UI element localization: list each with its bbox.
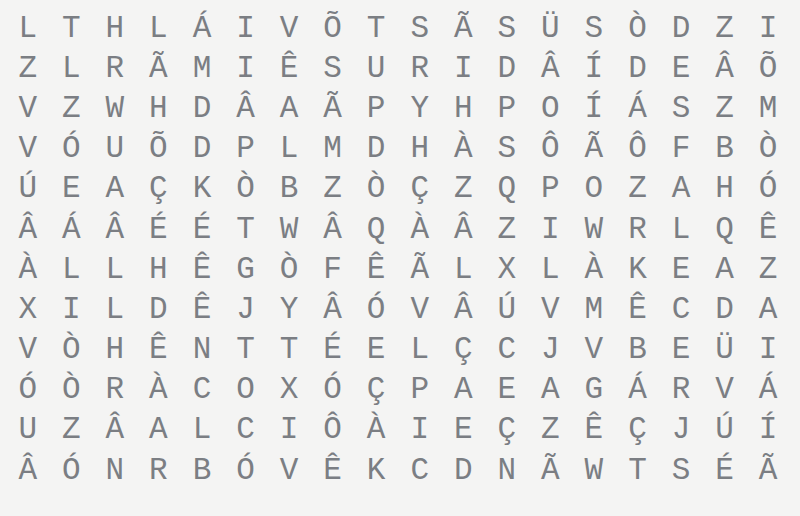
grid-cell[interactable]: Õ xyxy=(137,129,181,169)
grid-cell[interactable]: J xyxy=(529,330,573,370)
grid-cell[interactable]: Ê xyxy=(180,289,224,329)
grid-cell[interactable]: Z xyxy=(703,88,747,128)
grid-cell[interactable]: C xyxy=(485,330,529,370)
grid-cell[interactable]: E xyxy=(659,330,703,370)
grid-cell[interactable]: Ô xyxy=(616,129,660,169)
grid-cell[interactable]: É xyxy=(180,209,224,249)
grid-cell[interactable]: Ê xyxy=(137,330,181,370)
grid-cell[interactable]: L xyxy=(93,249,137,289)
grid-cell[interactable]: E xyxy=(659,48,703,88)
grid-cell[interactable]: À xyxy=(398,209,442,249)
grid-cell[interactable]: K xyxy=(616,249,660,289)
grid-cell[interactable]: L xyxy=(659,209,703,249)
grid-cell[interactable]: A xyxy=(93,169,137,209)
grid-cell[interactable]: H xyxy=(137,249,181,289)
grid-cell[interactable]: A xyxy=(659,169,703,209)
grid-cell[interactable]: A xyxy=(441,370,485,410)
grid-cell[interactable]: D xyxy=(659,8,703,48)
grid-cell[interactable]: N xyxy=(485,450,529,490)
grid-cell[interactable]: W xyxy=(572,450,616,490)
grid-cell[interactable]: Y xyxy=(398,88,442,128)
grid-cell[interactable]: Ç xyxy=(137,169,181,209)
grid-cell[interactable]: F xyxy=(659,129,703,169)
grid-cell[interactable]: B xyxy=(616,330,660,370)
grid-cell[interactable]: L xyxy=(137,8,181,48)
grid-cell[interactable]: Í xyxy=(746,410,790,450)
grid-cell[interactable]: T xyxy=(224,209,268,249)
grid-cell[interactable]: A xyxy=(529,370,573,410)
grid-cell[interactable]: Ò xyxy=(50,330,94,370)
grid-cell[interactable]: Á xyxy=(50,209,94,249)
grid-cell[interactable]: S xyxy=(485,129,529,169)
grid-cell[interactable]: Ô xyxy=(529,129,573,169)
grid-cell[interactable]: G xyxy=(572,370,616,410)
grid-cell[interactable]: K xyxy=(354,450,398,490)
grid-cell[interactable]: Ç xyxy=(354,370,398,410)
grid-cell[interactable]: Q xyxy=(703,209,747,249)
grid-cell[interactable]: D xyxy=(354,129,398,169)
grid-cell[interactable]: C xyxy=(224,410,268,450)
grid-cell[interactable]: L xyxy=(50,249,94,289)
grid-cell[interactable]: R xyxy=(93,48,137,88)
grid-cell[interactable]: E xyxy=(50,169,94,209)
grid-cell[interactable]: D xyxy=(441,450,485,490)
grid-cell[interactable]: B xyxy=(267,169,311,209)
grid-cell[interactable]: Â xyxy=(93,410,137,450)
grid-cell[interactable]: Ú xyxy=(485,289,529,329)
grid-cell[interactable]: H xyxy=(137,88,181,128)
grid-cell[interactable]: C xyxy=(659,289,703,329)
grid-cell[interactable]: W xyxy=(267,209,311,249)
grid-cell[interactable]: I xyxy=(746,330,790,370)
grid-cell[interactable]: Y xyxy=(267,289,311,329)
grid-cell[interactable]: G xyxy=(224,249,268,289)
grid-cell[interactable]: P xyxy=(485,88,529,128)
grid-cell[interactable]: D xyxy=(137,289,181,329)
grid-cell[interactable]: M xyxy=(180,48,224,88)
grid-cell[interactable]: S xyxy=(659,450,703,490)
grid-cell[interactable]: I xyxy=(398,410,442,450)
grid-cell[interactable]: U xyxy=(93,129,137,169)
grid-cell[interactable]: L xyxy=(93,289,137,329)
grid-cell[interactable]: Ç xyxy=(616,410,660,450)
grid-cell[interactable]: Ó xyxy=(6,370,50,410)
grid-cell[interactable]: Ó xyxy=(746,169,790,209)
grid-cell[interactable]: À xyxy=(354,410,398,450)
grid-cell[interactable]: Ú xyxy=(703,410,747,450)
grid-cell[interactable]: T xyxy=(616,450,660,490)
grid-cell[interactable]: H xyxy=(441,88,485,128)
grid-cell[interactable]: P xyxy=(529,169,573,209)
grid-cell[interactable]: Ó xyxy=(224,450,268,490)
grid-cell[interactable]: Z xyxy=(6,48,50,88)
grid-cell[interactable]: A xyxy=(746,289,790,329)
grid-cell[interactable]: R xyxy=(93,370,137,410)
grid-cell[interactable]: X xyxy=(267,370,311,410)
grid-cell[interactable]: H xyxy=(93,330,137,370)
grid-cell[interactable]: I xyxy=(441,48,485,88)
grid-cell[interactable]: Ã xyxy=(529,450,573,490)
grid-cell[interactable]: W xyxy=(93,88,137,128)
grid-cell[interactable]: Ê xyxy=(572,410,616,450)
grid-cell[interactable]: H xyxy=(93,8,137,48)
grid-cell[interactable]: Ê xyxy=(180,249,224,289)
grid-cell[interactable]: Z xyxy=(50,410,94,450)
grid-cell[interactable]: À xyxy=(137,370,181,410)
grid-cell[interactable]: Ò xyxy=(354,169,398,209)
grid-cell[interactable]: Z xyxy=(311,169,355,209)
grid-cell[interactable]: Â xyxy=(6,209,50,249)
grid-cell[interactable]: Q xyxy=(354,209,398,249)
grid-cell[interactable]: I xyxy=(50,289,94,329)
grid-cell[interactable]: Ê xyxy=(616,289,660,329)
grid-cell[interactable]: Z xyxy=(485,209,529,249)
grid-cell[interactable]: D xyxy=(616,48,660,88)
grid-cell[interactable]: P xyxy=(354,88,398,128)
grid-cell[interactable]: Â xyxy=(529,48,573,88)
grid-cell[interactable]: I xyxy=(224,8,268,48)
grid-cell[interactable]: Ç xyxy=(441,330,485,370)
grid-cell[interactable]: Â xyxy=(703,48,747,88)
grid-cell[interactable]: T xyxy=(50,8,94,48)
grid-cell[interactable]: X xyxy=(485,249,529,289)
grid-cell[interactable]: Ó xyxy=(354,289,398,329)
grid-cell[interactable]: U xyxy=(354,48,398,88)
grid-cell[interactable]: O xyxy=(572,169,616,209)
grid-cell[interactable]: Z xyxy=(616,169,660,209)
grid-cell[interactable]: V xyxy=(6,88,50,128)
grid-cell[interactable]: B xyxy=(180,450,224,490)
grid-cell[interactable]: Í xyxy=(572,48,616,88)
grid-cell[interactable]: Â xyxy=(441,289,485,329)
grid-cell[interactable]: Ê xyxy=(311,450,355,490)
grid-cell[interactable]: Ê xyxy=(354,249,398,289)
grid-cell[interactable]: À xyxy=(572,249,616,289)
grid-cell[interactable]: Õ xyxy=(746,48,790,88)
grid-cell[interactable]: E xyxy=(441,410,485,450)
grid-cell[interactable]: F xyxy=(311,249,355,289)
word-search-grid: LTHLÁIVÕTSÃSÜSÒDZIZLRÃMIÊSURIDÂÍDEÂÕVZWH… xyxy=(6,8,790,490)
grid-cell[interactable]: O xyxy=(529,88,573,128)
grid-cell[interactable]: H xyxy=(398,129,442,169)
grid-cell[interactable]: V xyxy=(6,330,50,370)
grid-cell[interactable]: N xyxy=(180,330,224,370)
grid-cell[interactable]: É xyxy=(311,330,355,370)
grid-cell[interactable]: R xyxy=(616,209,660,249)
grid-cell[interactable]: V xyxy=(267,450,311,490)
grid-cell[interactable]: R xyxy=(659,370,703,410)
grid-cell[interactable]: M xyxy=(572,289,616,329)
grid-cell[interactable]: Ã xyxy=(137,48,181,88)
grid-cell[interactable]: Á xyxy=(746,370,790,410)
grid-cell[interactable]: Õ xyxy=(311,8,355,48)
grid-cell[interactable]: J xyxy=(224,289,268,329)
grid-cell[interactable]: L xyxy=(441,249,485,289)
grid-cell[interactable]: X xyxy=(6,289,50,329)
grid-cell[interactable]: Ó xyxy=(50,450,94,490)
grid-cell[interactable]: L xyxy=(529,249,573,289)
grid-cell[interactable]: Ü xyxy=(703,330,747,370)
grid-cell[interactable]: T xyxy=(267,330,311,370)
grid-cell[interactable]: Z xyxy=(703,8,747,48)
grid-cell[interactable]: Ü xyxy=(529,8,573,48)
grid-cell[interactable]: Â xyxy=(441,209,485,249)
grid-cell[interactable]: A xyxy=(137,410,181,450)
grid-cell[interactable]: Â xyxy=(311,289,355,329)
grid-cell[interactable]: Â xyxy=(6,450,50,490)
grid-cell[interactable]: A xyxy=(267,88,311,128)
grid-cell[interactable]: C xyxy=(180,370,224,410)
grid-cell[interactable]: É xyxy=(137,209,181,249)
grid-cell[interactable]: E xyxy=(485,370,529,410)
grid-cell[interactable]: Z xyxy=(746,249,790,289)
grid-cell[interactable]: D xyxy=(180,129,224,169)
grid-cell[interactable]: D xyxy=(485,48,529,88)
grid-cell[interactable]: Á xyxy=(180,8,224,48)
grid-cell[interactable]: Â xyxy=(311,209,355,249)
grid-cell[interactable]: Â xyxy=(93,209,137,249)
grid-cell[interactable]: K xyxy=(180,169,224,209)
grid-cell[interactable]: R xyxy=(398,48,442,88)
grid-cell[interactable]: À xyxy=(441,129,485,169)
grid-cell[interactable]: Ã xyxy=(441,8,485,48)
grid-cell[interactable]: Â xyxy=(224,88,268,128)
grid-cell[interactable]: S xyxy=(485,8,529,48)
grid-cell[interactable]: Ò xyxy=(224,169,268,209)
grid-cell[interactable]: I xyxy=(529,209,573,249)
grid-cell[interactable]: U xyxy=(6,410,50,450)
grid-cell[interactable]: V xyxy=(6,129,50,169)
grid-cell[interactable]: Ã xyxy=(398,249,442,289)
grid-cell[interactable]: À xyxy=(6,249,50,289)
grid-cell[interactable]: É xyxy=(703,450,747,490)
grid-cell[interactable]: Ã xyxy=(572,129,616,169)
grid-cell[interactable]: Ç xyxy=(398,169,442,209)
grid-cell[interactable]: I xyxy=(224,48,268,88)
grid-cell[interactable]: D xyxy=(703,289,747,329)
grid-cell[interactable]: Ò xyxy=(50,370,94,410)
grid-cell[interactable]: M xyxy=(311,129,355,169)
grid-cell[interactable]: M xyxy=(746,88,790,128)
grid-cell[interactable]: T xyxy=(224,330,268,370)
grid-cell[interactable]: J xyxy=(659,410,703,450)
grid-cell[interactable]: D xyxy=(180,88,224,128)
grid-cell[interactable]: L xyxy=(180,410,224,450)
grid-cell[interactable]: Ú xyxy=(6,169,50,209)
grid-cell[interactable]: L xyxy=(267,129,311,169)
grid-cell[interactable]: Ó xyxy=(50,129,94,169)
grid-cell[interactable]: P xyxy=(398,370,442,410)
grid-cell[interactable]: I xyxy=(746,8,790,48)
grid-cell[interactable]: Ó xyxy=(311,370,355,410)
grid-cell[interactable]: I xyxy=(267,410,311,450)
grid-cell[interactable]: T xyxy=(354,8,398,48)
grid-cell[interactable]: V xyxy=(398,289,442,329)
grid-cell[interactable]: Ò xyxy=(267,249,311,289)
grid-cell[interactable]: P xyxy=(224,129,268,169)
grid-cell[interactable]: V xyxy=(572,330,616,370)
grid-cell[interactable]: V xyxy=(529,289,573,329)
grid-cell[interactable]: Á xyxy=(616,370,660,410)
grid-cell[interactable]: E xyxy=(354,330,398,370)
grid-cell[interactable]: Ã xyxy=(311,88,355,128)
grid-cell[interactable]: W xyxy=(572,209,616,249)
grid-cell[interactable]: Ò xyxy=(616,8,660,48)
grid-cell[interactable]: S xyxy=(659,88,703,128)
grid-cell[interactable]: Ç xyxy=(485,410,529,450)
grid-cell[interactable]: Ã xyxy=(746,450,790,490)
grid-cell[interactable]: B xyxy=(703,129,747,169)
grid-cell[interactable]: Á xyxy=(616,88,660,128)
grid-cell[interactable]: L xyxy=(6,8,50,48)
grid-cell[interactable]: S xyxy=(311,48,355,88)
grid-cell[interactable]: S xyxy=(572,8,616,48)
grid-cell[interactable]: L xyxy=(50,48,94,88)
grid-cell[interactable]: Z xyxy=(50,88,94,128)
grid-cell[interactable]: N xyxy=(93,450,137,490)
grid-cell[interactable]: Ê xyxy=(746,209,790,249)
grid-cell[interactable]: Ê xyxy=(267,48,311,88)
grid-cell[interactable]: H xyxy=(703,169,747,209)
grid-cell[interactable]: V xyxy=(703,370,747,410)
grid-cell[interactable]: A xyxy=(703,249,747,289)
grid-cell[interactable]: R xyxy=(137,450,181,490)
grid-cell[interactable]: C xyxy=(398,450,442,490)
grid-cell[interactable]: Ò xyxy=(746,129,790,169)
grid-cell[interactable]: L xyxy=(398,330,442,370)
grid-cell[interactable]: V xyxy=(267,8,311,48)
grid-cell[interactable]: E xyxy=(659,249,703,289)
grid-cell[interactable]: Z xyxy=(441,169,485,209)
grid-cell[interactable]: Z xyxy=(529,410,573,450)
grid-cell[interactable]: Í xyxy=(572,88,616,128)
grid-cell[interactable]: Q xyxy=(485,169,529,209)
grid-cell[interactable]: S xyxy=(398,8,442,48)
grid-cell[interactable]: Ô xyxy=(311,410,355,450)
grid-cell[interactable]: O xyxy=(224,370,268,410)
